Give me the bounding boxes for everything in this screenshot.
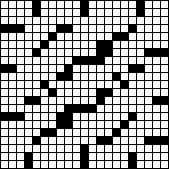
white-cell-r8c13[interactable] (105, 65, 112, 72)
white-cell-r7c14[interactable] (113, 57, 120, 64)
white-cell-r8c9[interactable] (73, 65, 80, 72)
white-cell-r15c0[interactable] (1, 121, 8, 128)
white-cell-r19c15[interactable] (121, 153, 128, 160)
white-cell-r9c11[interactable] (89, 73, 96, 80)
white-cell-r19c8[interactable] (65, 153, 72, 160)
white-cell-r11c10[interactable] (81, 89, 88, 96)
white-cell-r2c10[interactable] (81, 17, 88, 24)
white-cell-r1c15[interactable] (121, 9, 128, 16)
white-cell-r16c18[interactable] (145, 129, 152, 136)
white-cell-r13c3[interactable] (25, 105, 32, 112)
white-cell-r8c10[interactable] (81, 65, 88, 72)
white-cell-r5c17[interactable] (137, 41, 144, 48)
white-cell-r0c5[interactable] (41, 1, 48, 8)
white-cell-r11c9[interactable] (73, 89, 80, 96)
white-cell-r9c4[interactable] (33, 73, 40, 80)
white-cell-r14c19[interactable] (153, 113, 160, 120)
white-cell-r19c4[interactable] (33, 153, 40, 160)
white-cell-r16c12[interactable] (97, 129, 104, 136)
white-cell-r9c20[interactable] (161, 73, 168, 80)
white-cell-r18c2[interactable] (17, 145, 24, 152)
white-cell-r16c16[interactable] (129, 129, 136, 136)
white-cell-r3c3[interactable] (25, 25, 32, 32)
white-cell-r13c17[interactable] (137, 105, 144, 112)
white-cell-r3c9[interactable] (73, 25, 80, 32)
white-cell-r13c16[interactable] (129, 105, 136, 112)
white-cell-r4c13[interactable] (105, 33, 112, 40)
white-cell-r12c11[interactable] (89, 97, 96, 104)
white-cell-r12c2[interactable] (17, 97, 24, 104)
white-cell-r17c2[interactable] (17, 137, 24, 144)
white-cell-r0c18[interactable] (145, 1, 152, 8)
white-cell-r16c11[interactable] (89, 129, 96, 136)
white-cell-r4c5[interactable] (41, 33, 48, 40)
white-cell-r16c13[interactable] (105, 129, 112, 136)
white-cell-r6c11[interactable] (89, 49, 96, 56)
white-cell-r10c12[interactable] (97, 81, 104, 88)
white-cell-r15c14[interactable] (113, 121, 120, 128)
white-cell-r10c7[interactable] (57, 81, 64, 88)
white-cell-r6c14[interactable] (113, 49, 120, 56)
white-cell-r13c20[interactable] (161, 105, 168, 112)
white-cell-r8c2[interactable] (17, 65, 24, 72)
white-cell-r10c16[interactable] (129, 81, 136, 88)
white-cell-r18c14[interactable] (113, 145, 120, 152)
white-cell-r9c10[interactable] (81, 73, 88, 80)
white-cell-r4c18[interactable] (145, 33, 152, 40)
white-cell-r18c12[interactable] (97, 145, 104, 152)
white-cell-r20c0[interactable] (1, 161, 8, 168)
white-cell-r12c0[interactable] (1, 97, 8, 104)
white-cell-r10c14[interactable] (113, 81, 120, 88)
white-cell-r13c1[interactable] (9, 105, 16, 112)
white-cell-r19c0[interactable] (1, 153, 8, 160)
white-cell-r2c5[interactable] (41, 17, 48, 24)
white-cell-r12c15[interactable] (121, 97, 128, 104)
white-cell-r10c8[interactable] (65, 81, 72, 88)
white-cell-r2c9[interactable] (73, 17, 80, 24)
white-cell-r0c3[interactable] (25, 1, 32, 8)
white-cell-r16c3[interactable] (25, 129, 32, 136)
white-cell-r1c14[interactable] (113, 9, 120, 16)
white-cell-r1c9[interactable] (73, 9, 80, 16)
white-cell-r3c6[interactable] (49, 25, 56, 32)
white-cell-r16c19[interactable] (153, 129, 160, 136)
white-cell-r13c5[interactable] (41, 105, 48, 112)
white-cell-r17c17[interactable] (137, 137, 144, 144)
white-cell-r19c19[interactable] (153, 153, 160, 160)
white-cell-r8c12[interactable] (97, 65, 104, 72)
white-cell-r12c7[interactable] (57, 97, 64, 104)
white-cell-r14c13[interactable] (105, 113, 112, 120)
white-cell-r20c14[interactable] (113, 161, 120, 168)
white-cell-r5c1[interactable] (9, 41, 16, 48)
white-cell-r0c1[interactable] (9, 1, 16, 8)
white-cell-r4c12[interactable] (97, 33, 104, 40)
white-cell-r19c11[interactable] (89, 153, 96, 160)
white-cell-r16c0[interactable] (1, 129, 8, 136)
white-cell-r12c14[interactable] (113, 97, 120, 104)
white-cell-r19c20[interactable] (161, 153, 168, 160)
white-cell-r17c11[interactable] (89, 137, 96, 144)
white-cell-r14c6[interactable] (49, 113, 56, 120)
white-cell-r0c14[interactable] (113, 1, 120, 8)
white-cell-r0c19[interactable] (153, 1, 160, 8)
white-cell-r14c11[interactable] (89, 113, 96, 120)
white-cell-r1c5[interactable] (41, 9, 48, 16)
white-cell-r9c3[interactable] (25, 73, 32, 80)
white-cell-r17c3[interactable] (25, 137, 32, 144)
white-cell-r1c8[interactable] (65, 9, 72, 16)
white-cell-r16c10[interactable] (81, 129, 88, 136)
white-cell-r11c11[interactable] (89, 89, 96, 96)
white-cell-r20c13[interactable] (105, 161, 112, 168)
white-cell-r14c5[interactable] (41, 113, 48, 120)
white-cell-r4c10[interactable] (81, 33, 88, 40)
white-cell-r5c6[interactable] (49, 41, 56, 48)
white-cell-r12c16[interactable] (129, 97, 136, 104)
white-cell-r10c4[interactable] (33, 81, 40, 88)
white-cell-r20c6[interactable] (49, 161, 56, 168)
white-cell-r10c19[interactable] (153, 81, 160, 88)
white-cell-r18c3[interactable] (25, 145, 32, 152)
white-cell-r15c19[interactable] (153, 121, 160, 128)
white-cell-r15c6[interactable] (49, 121, 56, 128)
white-cell-r4c8[interactable] (65, 33, 72, 40)
white-cell-r3c15[interactable] (121, 25, 128, 32)
white-cell-r7c4[interactable] (33, 57, 40, 64)
white-cell-r4c9[interactable] (73, 33, 80, 40)
white-cell-r15c20[interactable] (161, 121, 168, 128)
white-cell-r20c9[interactable] (73, 161, 80, 168)
white-cell-r16c7[interactable] (57, 129, 64, 136)
white-cell-r2c0[interactable] (1, 17, 8, 24)
white-cell-r3c13[interactable] (105, 25, 112, 32)
white-cell-r9c15[interactable] (121, 73, 128, 80)
white-cell-r20c2[interactable] (17, 161, 24, 168)
white-cell-r15c16[interactable] (129, 121, 136, 128)
white-cell-r14c20[interactable] (161, 113, 168, 120)
white-cell-r3c4[interactable] (33, 25, 40, 32)
white-cell-r9c13[interactable] (105, 73, 112, 80)
white-cell-r7c7[interactable] (57, 57, 64, 64)
white-cell-r5c7[interactable] (57, 41, 64, 48)
white-cell-r6c1[interactable] (9, 49, 16, 56)
white-cell-r4c17[interactable] (137, 33, 144, 40)
white-cell-r16c8[interactable] (65, 129, 72, 136)
white-cell-r2c18[interactable] (145, 17, 152, 24)
white-cell-r11c7[interactable] (57, 89, 64, 96)
white-cell-r17c14[interactable] (113, 137, 120, 144)
white-cell-r1c20[interactable] (161, 9, 168, 16)
white-cell-r8c11[interactable] (89, 65, 96, 72)
white-cell-r9c18[interactable] (145, 73, 152, 80)
white-cell-r4c4[interactable] (33, 33, 40, 40)
white-cell-r18c19[interactable] (153, 145, 160, 152)
white-cell-r6c16[interactable] (129, 49, 136, 56)
white-cell-r0c15[interactable] (121, 1, 128, 8)
white-cell-r4c19[interactable] (153, 33, 160, 40)
white-cell-r11c3[interactable] (25, 89, 32, 96)
white-cell-r1c1[interactable] (9, 9, 16, 16)
white-cell-r2c6[interactable] (49, 17, 56, 24)
white-cell-r12c5[interactable] (41, 97, 48, 104)
white-cell-r10c11[interactable] (89, 81, 96, 88)
white-cell-r20c5[interactable] (41, 161, 48, 168)
white-cell-r0c11[interactable] (89, 1, 96, 8)
white-cell-r15c5[interactable] (41, 121, 48, 128)
white-cell-r1c0[interactable] (1, 9, 8, 16)
white-cell-r6c8[interactable] (65, 49, 72, 56)
white-cell-r2c17[interactable] (137, 17, 144, 24)
white-cell-r14c14[interactable] (113, 113, 120, 120)
white-cell-r17c1[interactable] (9, 137, 16, 144)
white-cell-r12c9[interactable] (73, 97, 80, 104)
white-cell-r11c19[interactable] (153, 89, 160, 96)
white-cell-r6c9[interactable] (73, 49, 80, 56)
white-cell-r18c1[interactable] (9, 145, 16, 152)
white-cell-r14c10[interactable] (81, 113, 88, 120)
white-cell-r5c9[interactable] (73, 41, 80, 48)
white-cell-r15c12[interactable] (97, 121, 104, 128)
white-cell-r9c19[interactable] (153, 73, 160, 80)
white-cell-r3c11[interactable] (89, 25, 96, 32)
white-cell-r11c2[interactable] (17, 89, 24, 96)
white-cell-r10c20[interactable] (161, 81, 168, 88)
white-cell-r6c7[interactable] (57, 49, 64, 56)
white-cell-r6c5[interactable] (41, 49, 48, 56)
white-cell-r5c18[interactable] (145, 41, 152, 48)
white-cell-r8c15[interactable] (121, 65, 128, 72)
white-cell-r19c1[interactable] (9, 153, 16, 160)
white-cell-r18c20[interactable] (161, 145, 168, 152)
white-cell-r16c2[interactable] (17, 129, 24, 136)
white-cell-r2c11[interactable] (89, 17, 96, 24)
white-cell-r15c11[interactable] (89, 121, 96, 128)
white-cell-r11c16[interactable] (129, 89, 136, 96)
white-cell-r14c18[interactable] (145, 113, 152, 120)
white-cell-r5c2[interactable] (17, 41, 24, 48)
white-cell-r18c13[interactable] (105, 145, 112, 152)
white-cell-r10c1[interactable] (9, 81, 16, 88)
white-cell-r4c3[interactable] (25, 33, 32, 40)
white-cell-r4c7[interactable] (57, 33, 64, 40)
white-cell-r12c6[interactable] (49, 97, 56, 104)
white-cell-r10c18[interactable] (145, 81, 152, 88)
white-cell-r15c4[interactable] (33, 121, 40, 128)
white-cell-r0c7[interactable] (57, 1, 64, 8)
white-cell-r16c9[interactable] (73, 129, 80, 136)
white-cell-r5c11[interactable] (89, 41, 96, 48)
white-cell-r11c17[interactable] (137, 89, 144, 96)
white-cell-r2c13[interactable] (105, 17, 112, 24)
white-cell-r0c8[interactable] (65, 1, 72, 8)
white-cell-r19c7[interactable] (57, 153, 64, 160)
white-cell-r2c12[interactable] (97, 17, 104, 24)
white-cell-r9c1[interactable] (9, 73, 16, 80)
white-cell-r20c12[interactable] (97, 161, 104, 168)
white-cell-r4c2[interactable] (17, 33, 24, 40)
white-cell-r20c20[interactable] (161, 161, 168, 168)
white-cell-r4c1[interactable] (9, 33, 16, 40)
white-cell-r0c6[interactable] (49, 1, 56, 8)
white-cell-r18c9[interactable] (73, 145, 80, 152)
white-cell-r19c18[interactable] (145, 153, 152, 160)
white-cell-r18c0[interactable] (1, 145, 8, 152)
white-cell-r8c5[interactable] (41, 65, 48, 72)
white-cell-r10c9[interactable] (73, 81, 80, 88)
white-cell-r18c15[interactable] (121, 145, 128, 152)
white-cell-r9c16[interactable] (129, 73, 136, 80)
white-cell-r14c4[interactable] (33, 113, 40, 120)
white-cell-r9c9[interactable] (73, 73, 80, 80)
white-cell-r19c13[interactable] (105, 153, 112, 160)
white-cell-r15c10[interactable] (81, 121, 88, 128)
white-cell-r0c13[interactable] (105, 1, 112, 8)
white-cell-r9c0[interactable] (1, 73, 8, 80)
white-cell-r13c12[interactable] (97, 105, 104, 112)
white-cell-r9c5[interactable] (41, 73, 48, 80)
white-cell-r8c18[interactable] (145, 65, 152, 72)
white-cell-r4c0[interactable] (1, 33, 8, 40)
white-cell-r8c3[interactable] (25, 65, 32, 72)
white-cell-r13c0[interactable] (1, 105, 8, 112)
white-cell-r19c6[interactable] (49, 153, 56, 160)
white-cell-r0c16[interactable] (129, 1, 136, 8)
white-cell-r7c17[interactable] (137, 57, 144, 64)
white-cell-r18c4[interactable] (33, 145, 40, 152)
white-cell-r11c1[interactable] (9, 89, 16, 96)
white-cell-r13c15[interactable] (121, 105, 128, 112)
white-cell-r11c0[interactable] (1, 89, 8, 96)
white-cell-r5c3[interactable] (25, 41, 32, 48)
white-cell-r7c20[interactable] (161, 57, 168, 64)
white-cell-r20c1[interactable] (9, 161, 16, 168)
white-cell-r15c2[interactable] (17, 121, 24, 128)
white-cell-r10c3[interactable] (25, 81, 32, 88)
white-cell-r12c8[interactable] (65, 97, 72, 104)
white-cell-r5c0[interactable] (1, 41, 8, 48)
white-cell-r13c14[interactable] (113, 105, 120, 112)
white-cell-r8c14[interactable] (113, 65, 120, 72)
white-cell-r1c12[interactable] (97, 9, 104, 16)
white-cell-r11c15[interactable] (121, 89, 128, 96)
white-cell-r8c7[interactable] (57, 65, 64, 72)
white-cell-r14c9[interactable] (73, 113, 80, 120)
white-cell-r12c18[interactable] (145, 97, 152, 104)
white-cell-r14c3[interactable] (25, 113, 32, 120)
white-cell-r17c7[interactable] (57, 137, 64, 144)
white-cell-r17c5[interactable] (41, 137, 48, 144)
white-cell-r20c7[interactable] (57, 161, 64, 168)
white-cell-r1c2[interactable] (17, 9, 24, 16)
white-cell-r2c14[interactable] (113, 17, 120, 24)
white-cell-r15c1[interactable] (9, 121, 16, 128)
white-cell-r6c0[interactable] (1, 49, 8, 56)
white-cell-r15c17[interactable] (137, 121, 144, 128)
white-cell-r18c11[interactable] (89, 145, 96, 152)
white-cell-r19c5[interactable] (41, 153, 48, 160)
white-cell-r11c20[interactable] (161, 89, 168, 96)
white-cell-r7c13[interactable] (105, 57, 112, 64)
white-cell-r7c16[interactable] (129, 57, 136, 64)
white-cell-r20c19[interactable] (153, 161, 160, 168)
white-cell-r5c4[interactable] (33, 41, 40, 48)
white-cell-r20c18[interactable] (145, 161, 152, 168)
white-cell-r10c6[interactable] (49, 81, 56, 88)
white-cell-r11c8[interactable] (65, 89, 72, 96)
white-cell-r2c16[interactable] (129, 17, 136, 24)
white-cell-r17c9[interactable] (73, 137, 80, 144)
white-cell-r20c17[interactable] (137, 161, 144, 168)
white-cell-r20c8[interactable] (65, 161, 72, 168)
white-cell-r17c0[interactable] (1, 137, 8, 144)
white-cell-r0c20[interactable] (161, 1, 168, 8)
white-cell-r6c3[interactable] (25, 49, 32, 56)
white-cell-r11c4[interactable] (33, 89, 40, 96)
white-cell-r18c16[interactable] (129, 145, 136, 152)
white-cell-r0c2[interactable] (17, 1, 24, 8)
white-cell-r6c6[interactable] (49, 49, 56, 56)
white-cell-r9c6[interactable] (49, 73, 56, 80)
white-cell-r15c3[interactable] (25, 121, 32, 128)
white-cell-r5c8[interactable] (65, 41, 72, 48)
white-cell-r19c17[interactable] (137, 153, 144, 160)
white-cell-r6c2[interactable] (17, 49, 24, 56)
white-cell-r7c18[interactable] (145, 57, 152, 64)
white-cell-r2c4[interactable] (33, 17, 40, 24)
white-cell-r18c6[interactable] (49, 145, 56, 152)
white-cell-r16c4[interactable] (33, 129, 40, 136)
white-cell-r18c18[interactable] (145, 145, 152, 152)
white-cell-r8c20[interactable] (161, 65, 168, 72)
white-cell-r1c13[interactable] (105, 9, 112, 16)
white-cell-r13c7[interactable] (57, 105, 64, 112)
white-cell-r9c12[interactable] (97, 73, 104, 80)
white-cell-r10c0[interactable] (1, 81, 8, 88)
white-cell-r2c1[interactable] (9, 17, 16, 24)
white-cell-r18c8[interactable] (65, 145, 72, 152)
white-cell-r16c1[interactable] (9, 129, 16, 136)
white-cell-r3c14[interactable] (113, 25, 120, 32)
white-cell-r5c10[interactable] (81, 41, 88, 48)
white-cell-r19c12[interactable] (97, 153, 104, 160)
white-cell-r5c15[interactable] (121, 41, 128, 48)
white-cell-r17c8[interactable] (65, 137, 72, 144)
white-cell-r17c10[interactable] (81, 137, 88, 144)
white-cell-r2c3[interactable] (25, 17, 32, 24)
white-cell-r5c16[interactable] (129, 41, 136, 48)
white-cell-r4c20[interactable] (161, 33, 168, 40)
white-cell-r12c10[interactable] (81, 97, 88, 104)
white-cell-r20c15[interactable] (121, 161, 128, 168)
white-cell-r7c19[interactable] (153, 57, 160, 64)
white-cell-r1c6[interactable] (49, 9, 56, 16)
white-cell-r2c7[interactable] (57, 17, 64, 24)
white-cell-r19c9[interactable] (73, 153, 80, 160)
white-cell-r0c0[interactable] (1, 1, 8, 8)
white-cell-r1c7[interactable] (57, 9, 64, 16)
white-cell-r18c7[interactable] (57, 145, 64, 152)
white-cell-r13c2[interactable] (17, 105, 24, 112)
white-cell-r3c5[interactable] (41, 25, 48, 32)
white-cell-r7c3[interactable] (25, 57, 32, 64)
white-cell-r13c6[interactable] (49, 105, 56, 112)
white-cell-r11c18[interactable] (145, 89, 152, 96)
white-cell-r3c10[interactable] (81, 25, 88, 32)
white-cell-r13c4[interactable] (33, 105, 40, 112)
white-cell-r4c16[interactable] (129, 33, 136, 40)
